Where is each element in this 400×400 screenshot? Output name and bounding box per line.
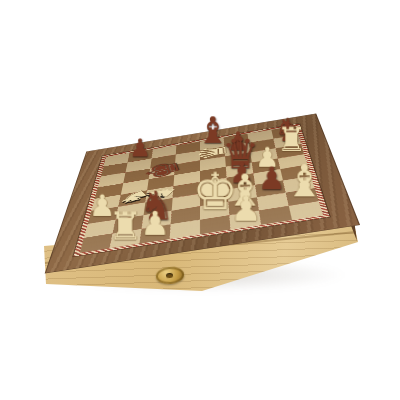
light-pawn: ♟ (140, 208, 170, 241)
square-r7c6 (259, 206, 292, 225)
square-r7c1: ♜ (110, 229, 142, 248)
chess-board-grid: ♟♝♛♟♞♚♜♛♟♞♞♟♟♟♟♞♚♝♝♜♟♟ (80, 126, 323, 253)
light-pawn: ♟ (230, 192, 261, 226)
light-bishop: ♝ (284, 159, 324, 204)
chess-set-photo: ♟♝♛♟♞♚♜♛♟♞♞♟♟♟♟♞♚♝♝♜♟♟ (0, 0, 400, 400)
dark-pawn: ♟ (129, 136, 151, 161)
light-rook: ♜ (276, 123, 306, 156)
light-rook: ♜ (107, 207, 142, 246)
square-r7c5: ♟ (229, 211, 261, 230)
square-r2c2: ♚ (149, 165, 175, 180)
square-r7c3 (170, 220, 200, 239)
square-r7c2: ♟ (140, 224, 171, 243)
